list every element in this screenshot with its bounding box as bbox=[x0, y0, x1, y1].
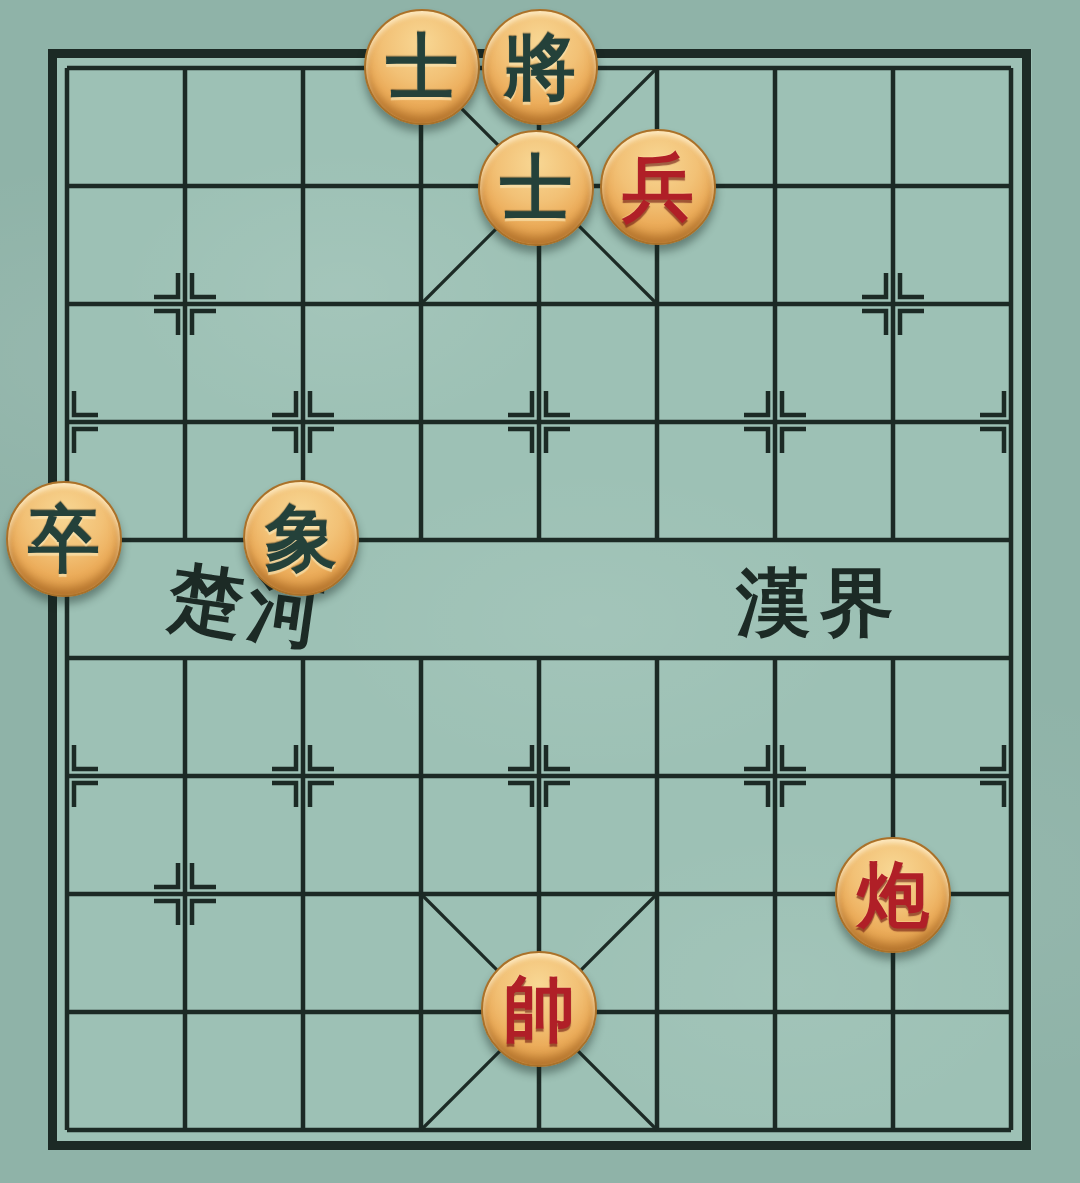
piece-glyph: 卒 bbox=[28, 503, 100, 575]
piece-black-advisor-2[interactable]: 士 bbox=[478, 130, 594, 246]
piece-glyph: 帥 bbox=[503, 973, 575, 1045]
piece-black-elephant[interactable]: 象 bbox=[243, 480, 359, 596]
piece-black-soldier[interactable]: 卒 bbox=[6, 481, 122, 597]
piece-glyph: 將 bbox=[504, 31, 576, 103]
piece-black-general[interactable]: 將 bbox=[482, 9, 598, 125]
piece-red-soldier[interactable]: 兵 bbox=[600, 129, 716, 245]
piece-red-cannon[interactable]: 炮 bbox=[835, 837, 951, 953]
piece-glyph: 炮 bbox=[857, 859, 929, 931]
app-root: 楚河漢界 士將士兵卒象炮帥 bbox=[0, 0, 1080, 1183]
pieces-layer: 士將士兵卒象炮帥 bbox=[0, 0, 1080, 1183]
piece-glyph: 士 bbox=[386, 31, 458, 103]
piece-glyph: 兵 bbox=[622, 151, 694, 223]
piece-black-advisor-1[interactable]: 士 bbox=[364, 9, 480, 125]
piece-glyph: 象 bbox=[265, 502, 337, 574]
piece-glyph: 士 bbox=[500, 152, 572, 224]
piece-red-general[interactable]: 帥 bbox=[481, 951, 597, 1067]
